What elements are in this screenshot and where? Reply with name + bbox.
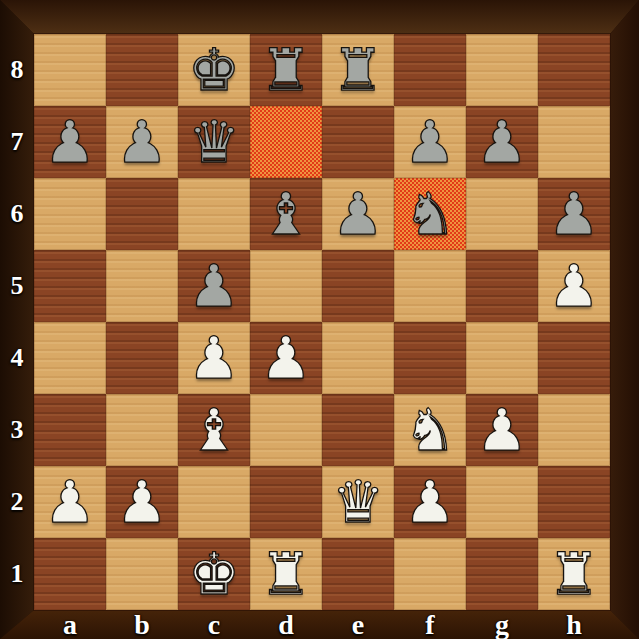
piece-black-queen[interactable]: ♛ bbox=[188, 113, 240, 171]
piece-white-pawn[interactable]: ♟ bbox=[188, 329, 240, 387]
square-c7[interactable]: ♛ bbox=[178, 106, 250, 178]
piece-black-bishop[interactable]: ♝ bbox=[260, 185, 312, 243]
square-c6[interactable] bbox=[178, 178, 250, 250]
square-e2[interactable]: ♛ bbox=[322, 466, 394, 538]
square-b4[interactable] bbox=[106, 322, 178, 394]
square-g3[interactable]: ♟ bbox=[466, 394, 538, 466]
square-d7[interactable] bbox=[250, 106, 322, 178]
square-h5[interactable]: ♟ bbox=[538, 250, 610, 322]
square-a5[interactable] bbox=[34, 250, 106, 322]
chess-app-window: 87654321 abcdefgh ♚♜♜♟♟♛♟♟♝♟♞♟♟♟♟♟♝♞♟♟♟♛… bbox=[0, 0, 639, 639]
file-label-a: a bbox=[34, 609, 106, 639]
piece-black-pawn[interactable]: ♟ bbox=[548, 185, 600, 243]
square-a1[interactable] bbox=[34, 538, 106, 610]
square-g7[interactable]: ♟ bbox=[466, 106, 538, 178]
square-g2[interactable] bbox=[466, 466, 538, 538]
square-e8[interactable]: ♜ bbox=[322, 34, 394, 106]
square-b1[interactable] bbox=[106, 538, 178, 610]
square-f8[interactable] bbox=[394, 34, 466, 106]
square-c2[interactable] bbox=[178, 466, 250, 538]
square-e6[interactable]: ♟ bbox=[322, 178, 394, 250]
piece-black-pawn[interactable]: ♟ bbox=[404, 113, 456, 171]
square-c8[interactable]: ♚ bbox=[178, 34, 250, 106]
square-f5[interactable] bbox=[394, 250, 466, 322]
square-h2[interactable] bbox=[538, 466, 610, 538]
piece-black-rook[interactable]: ♜ bbox=[260, 41, 312, 99]
square-g1[interactable] bbox=[466, 538, 538, 610]
rank-label-2: 2 bbox=[0, 466, 34, 538]
square-h8[interactable] bbox=[538, 34, 610, 106]
piece-white-pawn[interactable]: ♟ bbox=[548, 257, 600, 315]
square-b6[interactable] bbox=[106, 178, 178, 250]
square-d6[interactable]: ♝ bbox=[250, 178, 322, 250]
piece-black-pawn[interactable]: ♟ bbox=[44, 113, 96, 171]
piece-white-bishop[interactable]: ♝ bbox=[188, 401, 240, 459]
piece-white-king[interactable]: ♚ bbox=[188, 545, 240, 603]
square-f1[interactable] bbox=[394, 538, 466, 610]
square-f4[interactable] bbox=[394, 322, 466, 394]
square-h6[interactable]: ♟ bbox=[538, 178, 610, 250]
file-label-d: d bbox=[250, 609, 322, 639]
piece-black-rook[interactable]: ♜ bbox=[332, 41, 384, 99]
square-g6[interactable] bbox=[466, 178, 538, 250]
square-a2[interactable]: ♟ bbox=[34, 466, 106, 538]
square-c3[interactable]: ♝ bbox=[178, 394, 250, 466]
piece-black-knight[interactable]: ♞ bbox=[404, 185, 456, 243]
piece-white-pawn[interactable]: ♟ bbox=[44, 473, 96, 531]
rank-label-5: 5 bbox=[0, 250, 34, 322]
piece-white-rook[interactable]: ♜ bbox=[548, 545, 600, 603]
square-g5[interactable] bbox=[466, 250, 538, 322]
rank-label-8: 8 bbox=[0, 34, 34, 106]
square-e1[interactable] bbox=[322, 538, 394, 610]
piece-black-king[interactable]: ♚ bbox=[188, 41, 240, 99]
piece-white-rook[interactable]: ♜ bbox=[260, 545, 312, 603]
square-f7[interactable]: ♟ bbox=[394, 106, 466, 178]
square-f2[interactable]: ♟ bbox=[394, 466, 466, 538]
square-h4[interactable] bbox=[538, 322, 610, 394]
square-b3[interactable] bbox=[106, 394, 178, 466]
square-h7[interactable] bbox=[538, 106, 610, 178]
square-f3[interactable]: ♞ bbox=[394, 394, 466, 466]
file-label-g: g bbox=[466, 609, 538, 639]
square-h1[interactable]: ♜ bbox=[538, 538, 610, 610]
piece-black-pawn[interactable]: ♟ bbox=[332, 185, 384, 243]
square-e4[interactable] bbox=[322, 322, 394, 394]
piece-black-pawn[interactable]: ♟ bbox=[188, 257, 240, 315]
square-e7[interactable] bbox=[322, 106, 394, 178]
file-label-c: c bbox=[178, 609, 250, 639]
piece-black-pawn[interactable]: ♟ bbox=[476, 113, 528, 171]
rank-label-1: 1 bbox=[0, 538, 34, 610]
square-b7[interactable]: ♟ bbox=[106, 106, 178, 178]
square-d3[interactable] bbox=[250, 394, 322, 466]
rank-label-7: 7 bbox=[0, 106, 34, 178]
piece-white-knight[interactable]: ♞ bbox=[404, 401, 456, 459]
square-d4[interactable]: ♟ bbox=[250, 322, 322, 394]
square-a6[interactable] bbox=[34, 178, 106, 250]
square-d1[interactable]: ♜ bbox=[250, 538, 322, 610]
square-b2[interactable]: ♟ bbox=[106, 466, 178, 538]
file-label-b: b bbox=[106, 609, 178, 639]
square-f6[interactable]: ♞ bbox=[394, 178, 466, 250]
square-b5[interactable] bbox=[106, 250, 178, 322]
piece-white-pawn[interactable]: ♟ bbox=[260, 329, 312, 387]
square-d2[interactable] bbox=[250, 466, 322, 538]
square-e5[interactable] bbox=[322, 250, 394, 322]
file-labels: abcdefgh bbox=[34, 609, 610, 639]
square-a8[interactable] bbox=[34, 34, 106, 106]
file-label-e: e bbox=[322, 609, 394, 639]
piece-white-pawn[interactable]: ♟ bbox=[476, 401, 528, 459]
square-e3[interactable] bbox=[322, 394, 394, 466]
square-g4[interactable] bbox=[466, 322, 538, 394]
file-label-f: f bbox=[394, 609, 466, 639]
piece-white-pawn[interactable]: ♟ bbox=[404, 473, 456, 531]
rank-label-6: 6 bbox=[0, 178, 34, 250]
square-c5[interactable]: ♟ bbox=[178, 250, 250, 322]
rank-labels: 87654321 bbox=[0, 34, 34, 610]
square-d5[interactable] bbox=[250, 250, 322, 322]
rank-label-3: 3 bbox=[0, 394, 34, 466]
chess-board[interactable]: ♚♜♜♟♟♛♟♟♝♟♞♟♟♟♟♟♝♞♟♟♟♛♟♚♜♜ bbox=[34, 34, 610, 610]
piece-white-queen[interactable]: ♛ bbox=[332, 473, 384, 531]
square-h3[interactable] bbox=[538, 394, 610, 466]
square-d8[interactable]: ♜ bbox=[250, 34, 322, 106]
square-c1[interactable]: ♚ bbox=[178, 538, 250, 610]
square-c4[interactable]: ♟ bbox=[178, 322, 250, 394]
square-a4[interactable] bbox=[34, 322, 106, 394]
piece-white-pawn[interactable]: ♟ bbox=[116, 473, 168, 531]
piece-black-pawn[interactable]: ♟ bbox=[116, 113, 168, 171]
square-g8[interactable] bbox=[466, 34, 538, 106]
square-b8[interactable] bbox=[106, 34, 178, 106]
file-label-h: h bbox=[538, 609, 610, 639]
square-a3[interactable] bbox=[34, 394, 106, 466]
rank-label-4: 4 bbox=[0, 322, 34, 394]
square-a7[interactable]: ♟ bbox=[34, 106, 106, 178]
